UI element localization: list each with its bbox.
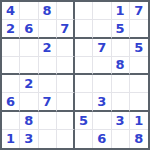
cell-r2c2[interactable]: 6	[20, 20, 38, 38]
cell-r7c7[interactable]: 3	[112, 112, 130, 130]
cell-r4c7[interactable]: 8	[112, 57, 130, 75]
cell-r2c1[interactable]: 2	[2, 20, 20, 38]
given-digit: 2	[6, 22, 15, 35]
cell-r2c6[interactable]	[93, 20, 111, 38]
cell-r3c3[interactable]: 2	[39, 39, 57, 57]
cell-r2c5[interactable]	[75, 20, 93, 38]
cell-r5c1[interactable]	[2, 75, 20, 93]
cell-r6c6[interactable]: 3	[93, 93, 111, 111]
cell-r5c7[interactable]	[112, 75, 130, 93]
given-digit: 6	[97, 132, 106, 145]
cell-r1c7[interactable]: 1	[112, 2, 130, 20]
cell-r3c6[interactable]: 7	[93, 39, 111, 57]
given-digit: 6	[6, 95, 15, 108]
cell-r8c2[interactable]: 3	[20, 130, 38, 148]
cell-r1c3[interactable]: 8	[39, 2, 57, 20]
cell-r3c4[interactable]	[57, 39, 75, 57]
sudoku-board: 481726752758267385311368	[0, 0, 150, 150]
cell-r8c6[interactable]: 6	[93, 130, 111, 148]
cell-r5c8[interactable]	[130, 75, 148, 93]
cell-r4c1[interactable]	[2, 57, 20, 75]
cell-r6c5[interactable]	[75, 93, 93, 111]
cell-r8c5[interactable]	[75, 130, 93, 148]
cell-r4c2[interactable]	[20, 57, 38, 75]
given-digit: 8	[43, 4, 52, 17]
cell-r1c2[interactable]	[20, 2, 38, 20]
cell-r2c7[interactable]: 5	[112, 20, 130, 38]
given-digit: 8	[116, 58, 125, 71]
cell-r4c6[interactable]	[93, 57, 111, 75]
given-digit: 8	[134, 132, 143, 145]
cell-r5c2[interactable]: 2	[20, 75, 38, 93]
given-digit: 2	[24, 77, 33, 90]
cell-r1c4[interactable]	[57, 2, 75, 20]
cell-r7c8[interactable]: 1	[130, 112, 148, 130]
cell-r6c8[interactable]	[130, 93, 148, 111]
given-digit: 1	[116, 4, 125, 17]
cell-r8c4[interactable]	[57, 130, 75, 148]
cell-r3c5[interactable]	[75, 39, 93, 57]
given-digit: 8	[24, 114, 33, 127]
cell-r1c8[interactable]: 7	[130, 2, 148, 20]
given-digit: 5	[79, 114, 88, 127]
cell-r5c6[interactable]	[93, 75, 111, 93]
cell-r8c3[interactable]	[39, 130, 57, 148]
given-digit: 7	[134, 4, 143, 17]
cell-r8c8[interactable]: 8	[130, 130, 148, 148]
given-digit: 2	[43, 41, 52, 54]
cell-r5c4[interactable]	[57, 75, 75, 93]
cell-r5c3[interactable]	[39, 75, 57, 93]
given-digit: 5	[134, 41, 143, 54]
cell-r2c3[interactable]	[39, 20, 57, 38]
given-digit: 1	[6, 132, 15, 145]
cell-r7c6[interactable]	[93, 112, 111, 130]
cell-r2c4[interactable]: 7	[57, 20, 75, 38]
given-digit: 3	[116, 114, 125, 127]
cell-r7c4[interactable]	[57, 112, 75, 130]
cell-r3c8[interactable]: 5	[130, 39, 148, 57]
given-digit: 1	[134, 114, 143, 127]
cell-r4c5[interactable]	[75, 57, 93, 75]
cell-r6c2[interactable]	[20, 93, 38, 111]
given-digit: 3	[24, 132, 33, 145]
given-digit: 4	[6, 4, 15, 17]
cell-r1c5[interactable]	[75, 2, 93, 20]
cell-r7c3[interactable]	[39, 112, 57, 130]
cell-r4c4[interactable]	[57, 57, 75, 75]
cell-r7c2[interactable]: 8	[20, 112, 38, 130]
cell-r6c3[interactable]: 7	[39, 93, 57, 111]
cell-r1c6[interactable]	[93, 2, 111, 20]
given-digit: 7	[43, 95, 52, 108]
cell-r6c7[interactable]	[112, 93, 130, 111]
cell-r8c1[interactable]: 1	[2, 130, 20, 148]
given-digit: 6	[24, 22, 33, 35]
cell-r7c5[interactable]: 5	[75, 112, 93, 130]
given-digit: 7	[97, 41, 106, 54]
cell-r7c1[interactable]	[2, 112, 20, 130]
given-digit: 3	[97, 95, 106, 108]
cell-r8c7[interactable]	[112, 130, 130, 148]
cell-r6c4[interactable]	[57, 93, 75, 111]
cell-r3c2[interactable]	[20, 39, 38, 57]
cell-r1c1[interactable]: 4	[2, 2, 20, 20]
cell-r6c1[interactable]: 6	[2, 93, 20, 111]
cell-r4c8[interactable]	[130, 57, 148, 75]
given-digit: 7	[60, 22, 69, 35]
cell-r3c7[interactable]	[112, 39, 130, 57]
cell-r2c8[interactable]	[130, 20, 148, 38]
cell-r5c5[interactable]	[75, 75, 93, 93]
cell-r4c3[interactable]	[39, 57, 57, 75]
cell-r3c1[interactable]	[2, 39, 20, 57]
given-digit: 5	[116, 22, 125, 35]
